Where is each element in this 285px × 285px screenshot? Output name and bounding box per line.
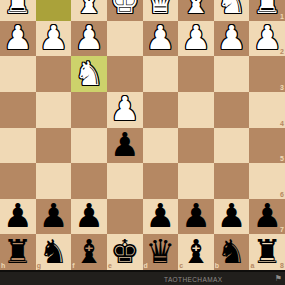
file-label-h: h <box>1 262 5 269</box>
white-bishop[interactable]: ♝ <box>181 0 211 19</box>
square-d8[interactable]: ♛d <box>143 234 179 270</box>
black-pawn[interactable]: ♟ <box>39 198 69 233</box>
square-d6[interactable] <box>143 163 179 199</box>
black-pawn[interactable]: ♟ <box>110 127 140 162</box>
square-c4[interactable] <box>178 92 214 128</box>
file-label-c: c <box>179 262 183 269</box>
square-a3[interactable]: 3 <box>249 56 285 92</box>
square-c7[interactable]: ♟ <box>178 199 214 235</box>
square-h7[interactable]: ♟ <box>0 199 36 235</box>
square-f2[interactable]: ♟ <box>71 21 107 57</box>
square-e2[interactable] <box>107 21 143 57</box>
square-h5[interactable] <box>0 128 36 164</box>
square-b3[interactable] <box>214 56 250 92</box>
square-h8[interactable]: ♜h <box>0 234 36 270</box>
square-c8[interactable]: ♝c <box>178 234 214 270</box>
square-d5[interactable] <box>143 128 179 164</box>
game-screen: ♜♝♚♛♝♞♜1♟♟♟♟♟♟♟2♞3♟4♟56♟♟♟♟♟♟♟7♜h♞g♝f♚e♛… <box>0 0 285 285</box>
file-label-e: e <box>108 262 112 269</box>
square-c3[interactable] <box>178 56 214 92</box>
file-label-f: f <box>72 262 74 269</box>
player-bar: TAOTHECHAMAX ⚑ <box>0 270 285 285</box>
square-h6[interactable] <box>0 163 36 199</box>
white-knight[interactable]: ♞ <box>74 56 104 91</box>
square-g4[interactable] <box>36 92 72 128</box>
black-pawn[interactable]: ♟ <box>252 198 282 233</box>
black-knight[interactable]: ♞ <box>217 234 247 269</box>
black-pawn[interactable]: ♟ <box>217 198 247 233</box>
square-d2[interactable]: ♟ <box>143 21 179 57</box>
white-pawn[interactable]: ♟ <box>181 20 211 55</box>
square-e4[interactable]: ♟ <box>107 92 143 128</box>
white-rook[interactable]: ♜ <box>3 0 33 19</box>
square-a4[interactable]: 4 <box>249 92 285 128</box>
square-f4[interactable] <box>71 92 107 128</box>
square-e8[interactable]: ♚e <box>107 234 143 270</box>
file-label-d: d <box>144 262 148 269</box>
square-f7[interactable]: ♟ <box>71 199 107 235</box>
black-bishop[interactable]: ♝ <box>181 234 211 269</box>
white-queen[interactable]: ♛ <box>146 0 176 19</box>
black-queen[interactable]: ♛ <box>146 234 176 269</box>
chess-board: ♜♝♚♛♝♞♜1♟♟♟♟♟♟♟2♞3♟4♟56♟♟♟♟♟♟♟7♜h♞g♝f♚e♛… <box>0 0 285 270</box>
black-rook[interactable]: ♜ <box>3 234 33 269</box>
square-f5[interactable] <box>71 128 107 164</box>
black-pawn[interactable]: ♟ <box>181 198 211 233</box>
rank-label-3: 3 <box>280 84 284 91</box>
square-f3[interactable]: ♞ <box>71 56 107 92</box>
white-bishop[interactable]: ♝ <box>74 0 104 19</box>
square-a6[interactable]: 6 <box>249 163 285 199</box>
square-b6[interactable] <box>214 163 250 199</box>
square-b7[interactable]: ♟ <box>214 199 250 235</box>
square-g6[interactable] <box>36 163 72 199</box>
square-f6[interactable] <box>71 163 107 199</box>
square-h2[interactable]: ♟ <box>0 21 36 57</box>
square-a7[interactable]: ♟7 <box>249 199 285 235</box>
square-b4[interactable] <box>214 92 250 128</box>
square-g3[interactable] <box>36 56 72 92</box>
square-e7[interactable] <box>107 199 143 235</box>
black-rook[interactable]: ♜ <box>252 234 282 269</box>
white-knight[interactable]: ♞ <box>217 0 247 19</box>
square-g8[interactable]: ♞g <box>36 234 72 270</box>
file-label-b: b <box>215 262 219 269</box>
rank-label-8: 8 <box>280 262 284 269</box>
player-username[interactable]: TAOTHECHAMAX <box>164 276 223 283</box>
square-e6[interactable] <box>107 163 143 199</box>
square-e3[interactable] <box>107 56 143 92</box>
square-b2[interactable]: ♟ <box>214 21 250 57</box>
white-pawn[interactable]: ♟ <box>74 20 104 55</box>
white-pawn[interactable]: ♟ <box>146 20 176 55</box>
flag-icon[interactable]: ⚑ <box>275 274 282 284</box>
square-d3[interactable] <box>143 56 179 92</box>
black-bishop[interactable]: ♝ <box>74 234 104 269</box>
square-d4[interactable] <box>143 92 179 128</box>
square-e1[interactable]: ♚ <box>107 0 143 21</box>
square-c5[interactable] <box>178 128 214 164</box>
rank-label-5: 5 <box>280 155 284 162</box>
square-g2[interactable]: ♟ <box>36 21 72 57</box>
square-b5[interactable] <box>214 128 250 164</box>
white-pawn[interactable]: ♟ <box>252 20 282 55</box>
white-pawn[interactable]: ♟ <box>3 20 33 55</box>
square-d7[interactable]: ♟ <box>143 199 179 235</box>
square-b8[interactable]: ♞b <box>214 234 250 270</box>
file-label-g: g <box>37 262 41 269</box>
file-label-a: a <box>250 262 254 269</box>
black-pawn[interactable]: ♟ <box>3 198 33 233</box>
square-a2[interactable]: ♟2 <box>249 21 285 57</box>
square-e5[interactable]: ♟ <box>107 128 143 164</box>
rank-label-2: 2 <box>280 48 284 55</box>
square-f8[interactable]: ♝f <box>71 234 107 270</box>
square-g7[interactable]: ♟ <box>36 199 72 235</box>
black-knight[interactable]: ♞ <box>39 234 69 269</box>
white-pawn[interactable]: ♟ <box>39 20 69 55</box>
black-pawn[interactable]: ♟ <box>146 198 176 233</box>
square-a5[interactable]: 5 <box>249 128 285 164</box>
square-h4[interactable] <box>0 92 36 128</box>
black-pawn[interactable]: ♟ <box>74 198 104 233</box>
black-king[interactable]: ♚ <box>110 234 140 269</box>
square-g5[interactable] <box>36 128 72 164</box>
white-rook[interactable]: ♜ <box>252 0 282 19</box>
square-h3[interactable] <box>0 56 36 92</box>
rank-label-4: 4 <box>280 120 284 127</box>
white-pawn[interactable]: ♟ <box>217 20 247 55</box>
square-a8[interactable]: ♜8a <box>249 234 285 270</box>
square-c6[interactable] <box>178 163 214 199</box>
white-king[interactable]: ♚ <box>110 0 140 19</box>
white-pawn[interactable]: ♟ <box>110 91 140 126</box>
square-c2[interactable]: ♟ <box>178 21 214 57</box>
